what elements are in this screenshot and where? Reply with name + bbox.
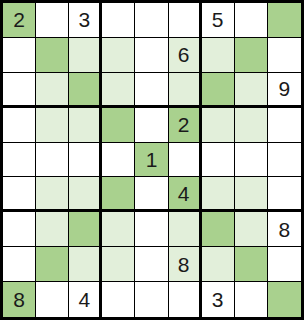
cell-r9c3[interactable]: 4 <box>69 282 102 317</box>
cell-r6c4[interactable] <box>102 177 135 212</box>
cell-r7c3[interactable] <box>69 212 102 247</box>
cell-r9c7[interactable]: 3 <box>202 282 235 317</box>
cell-r5c4[interactable] <box>102 143 135 178</box>
cell-r2c1[interactable] <box>3 38 36 73</box>
cell-r2c8[interactable] <box>235 38 268 73</box>
cell-r9c6[interactable] <box>169 282 202 317</box>
given-digit: 8 <box>279 219 291 240</box>
cell-r8c1[interactable] <box>3 247 36 282</box>
cell-r8c7[interactable] <box>202 247 235 282</box>
cell-r4c3[interactable] <box>69 108 102 143</box>
cell-r8c6[interactable]: 8 <box>169 247 202 282</box>
cell-r7c5[interactable] <box>135 212 168 247</box>
given-digit: 6 <box>178 44 190 65</box>
cell-r1c7[interactable]: 5 <box>202 3 235 38</box>
cell-r8c4[interactable] <box>102 247 135 282</box>
cell-r3c7[interactable] <box>202 73 235 108</box>
cell-r6c9[interactable] <box>268 177 301 212</box>
given-digit: 9 <box>279 78 291 99</box>
cell-r7c2[interactable] <box>36 212 69 247</box>
sudoku-board: 2356921488843 <box>0 0 304 320</box>
given-digit: 3 <box>212 289 224 310</box>
cell-r5c8[interactable] <box>235 143 268 178</box>
cell-r8c9[interactable] <box>268 247 301 282</box>
cell-r7c6[interactable] <box>169 212 202 247</box>
cell-r6c6[interactable]: 4 <box>169 177 202 212</box>
cell-r3c1[interactable] <box>3 73 36 108</box>
given-digit: 5 <box>212 9 224 30</box>
cell-r5c2[interactable] <box>36 143 69 178</box>
cell-r9c4[interactable] <box>102 282 135 317</box>
cell-r1c8[interactable] <box>235 3 268 38</box>
cell-r5c7[interactable] <box>202 143 235 178</box>
cell-r7c9[interactable]: 8 <box>268 212 301 247</box>
given-digit: 4 <box>78 289 90 310</box>
cell-r1c4[interactable] <box>102 3 135 38</box>
given-digit: 2 <box>178 114 190 135</box>
cell-r3c9[interactable]: 9 <box>268 73 301 108</box>
cell-r3c8[interactable] <box>235 73 268 108</box>
cell-r7c1[interactable] <box>3 212 36 247</box>
cell-r4c8[interactable] <box>235 108 268 143</box>
cell-r3c2[interactable] <box>36 73 69 108</box>
given-digit: 3 <box>78 9 90 30</box>
cell-r6c7[interactable] <box>202 177 235 212</box>
cell-r8c8[interactable] <box>235 247 268 282</box>
cell-r2c5[interactable] <box>135 38 168 73</box>
cell-r4c9[interactable] <box>268 108 301 143</box>
cell-r8c5[interactable] <box>135 247 168 282</box>
cell-r1c2[interactable] <box>36 3 69 38</box>
given-digit: 2 <box>13 9 25 30</box>
cell-r6c5[interactable] <box>135 177 168 212</box>
cell-r9c1[interactable]: 8 <box>3 282 36 317</box>
cell-r8c3[interactable] <box>69 247 102 282</box>
given-digit: 8 <box>178 254 190 275</box>
cell-r2c6[interactable]: 6 <box>169 38 202 73</box>
given-digit: 1 <box>146 149 158 170</box>
cell-r4c5[interactable] <box>135 108 168 143</box>
cell-r1c3[interactable]: 3 <box>69 3 102 38</box>
cell-r7c4[interactable] <box>102 212 135 247</box>
cell-r4c1[interactable] <box>3 108 36 143</box>
cell-r5c6[interactable] <box>169 143 202 178</box>
cell-r1c6[interactable] <box>169 3 202 38</box>
cell-r9c2[interactable] <box>36 282 69 317</box>
cell-r4c7[interactable] <box>202 108 235 143</box>
cell-r7c7[interactable] <box>202 212 235 247</box>
cell-r8c2[interactable] <box>36 247 69 282</box>
cell-r2c7[interactable] <box>202 38 235 73</box>
cell-r5c3[interactable] <box>69 143 102 178</box>
cell-r5c5[interactable]: 1 <box>135 143 168 178</box>
cell-r4c2[interactable] <box>36 108 69 143</box>
given-digit: 8 <box>13 289 25 310</box>
cell-r4c6[interactable]: 2 <box>169 108 202 143</box>
cell-r2c4[interactable] <box>102 38 135 73</box>
cell-r3c3[interactable] <box>69 73 102 108</box>
cell-r9c5[interactable] <box>135 282 168 317</box>
cell-r6c3[interactable] <box>69 177 102 212</box>
cell-r5c1[interactable] <box>3 143 36 178</box>
cell-r6c8[interactable] <box>235 177 268 212</box>
cell-r1c1[interactable]: 2 <box>3 3 36 38</box>
cell-r6c1[interactable] <box>3 177 36 212</box>
cell-r3c4[interactable] <box>102 73 135 108</box>
cell-r7c8[interactable] <box>235 212 268 247</box>
cell-r2c2[interactable] <box>36 38 69 73</box>
cell-r9c8[interactable] <box>235 282 268 317</box>
cell-r9c9[interactable] <box>268 282 301 317</box>
cell-r2c9[interactable] <box>268 38 301 73</box>
cell-r1c9[interactable] <box>268 3 301 38</box>
cell-r1c5[interactable] <box>135 3 168 38</box>
cell-r3c6[interactable] <box>169 73 202 108</box>
cell-r3c5[interactable] <box>135 73 168 108</box>
cell-r5c9[interactable] <box>268 143 301 178</box>
cell-r6c2[interactable] <box>36 177 69 212</box>
given-digit: 4 <box>178 183 190 204</box>
cell-r4c4[interactable] <box>102 108 135 143</box>
cell-r2c3[interactable] <box>69 38 102 73</box>
